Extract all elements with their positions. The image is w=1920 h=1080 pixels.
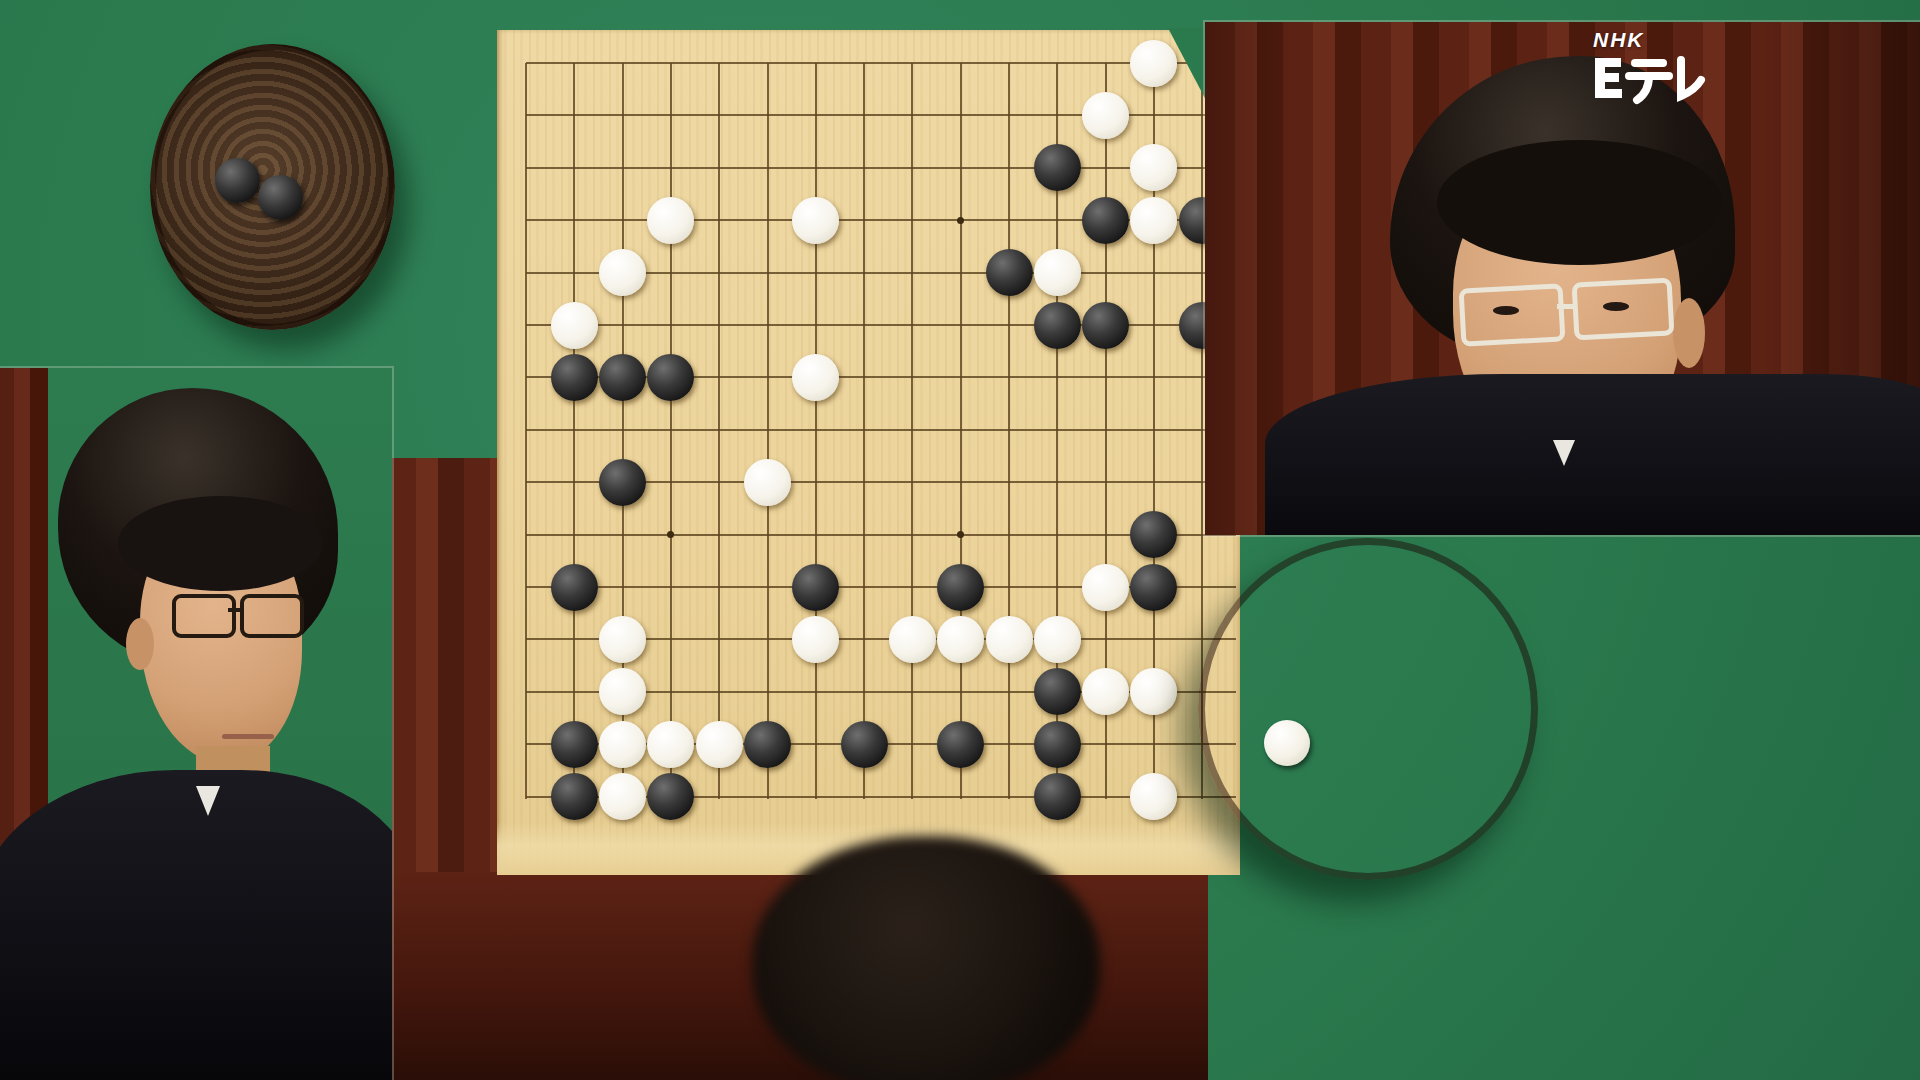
- stone-black: [551, 721, 598, 768]
- captured-black-stone-2: [258, 175, 303, 220]
- foreground-observer-head: [752, 836, 1100, 1080]
- go-board: [497, 30, 1240, 875]
- stone-black: [647, 354, 694, 401]
- stone-black: [986, 249, 1033, 296]
- stone-white: [937, 616, 984, 663]
- left-player-glasses-lens: [240, 594, 304, 638]
- stone-white: [551, 302, 598, 349]
- captured-white-stone-1: [1264, 720, 1310, 766]
- star-point: [957, 531, 964, 538]
- nhk-logo-text: NHK: [1593, 28, 1723, 52]
- stone-white: [986, 616, 1033, 663]
- stone-white: [792, 616, 839, 663]
- player-photo-right: NHK Eテレ: [1205, 22, 1920, 535]
- player-photo-left: [0, 368, 392, 1080]
- stone-white: [744, 459, 791, 506]
- right-player-glasses-bridge: [1557, 304, 1575, 309]
- grid-vline: [718, 63, 720, 799]
- stone-black: [1034, 144, 1081, 191]
- left-player-glasses-bridge: [228, 608, 242, 612]
- stone-white: [792, 197, 839, 244]
- stone-black: [1130, 564, 1177, 611]
- left-player-suit: [0, 770, 392, 1080]
- right-player-suit: [1265, 374, 1920, 535]
- stone-white: [1130, 668, 1177, 715]
- star-point: [667, 531, 674, 538]
- grid-vline: [767, 63, 769, 799]
- stone-white: [1082, 668, 1129, 715]
- stone-white: [599, 249, 646, 296]
- stone-white: [1034, 249, 1081, 296]
- left-player-hair-fringe: [118, 496, 323, 591]
- stone-white: [599, 668, 646, 715]
- stone-white: [1130, 773, 1177, 820]
- left-player-mouth: [222, 734, 274, 739]
- stone-black: [647, 773, 694, 820]
- stone-white: [1130, 40, 1177, 87]
- star-point: [957, 217, 964, 224]
- stone-black: [744, 721, 791, 768]
- etele-logo-text: Eテレ: [1593, 52, 1594, 53]
- stone-white: [599, 773, 646, 820]
- stone-black: [792, 564, 839, 611]
- stone-black: [1082, 197, 1129, 244]
- stone-white: [1082, 92, 1129, 139]
- stone-black: [551, 773, 598, 820]
- grid-hline: [526, 114, 1236, 116]
- stone-white: [599, 721, 646, 768]
- grid-vline: [911, 63, 913, 799]
- stone-white: [1082, 564, 1129, 611]
- grid-vline: [863, 63, 865, 799]
- left-player-ear: [126, 618, 154, 670]
- right-player-hair-fringe: [1437, 140, 1722, 265]
- stone-black: [841, 721, 888, 768]
- stone-black: [599, 354, 646, 401]
- etele-logo-kana-glyphs: [1593, 54, 1711, 106]
- go-bowl-lid-lower-right: [1198, 538, 1538, 880]
- grid-vline: [815, 63, 817, 799]
- stone-black: [1130, 511, 1177, 558]
- grid-vline: [573, 63, 575, 799]
- stone-white: [599, 616, 646, 663]
- stone-white: [1130, 197, 1177, 244]
- stone-black: [1082, 302, 1129, 349]
- right-player-ear: [1673, 298, 1705, 368]
- stone-black: [551, 564, 598, 611]
- stone-black: [1034, 668, 1081, 715]
- stone-black: [937, 564, 984, 611]
- stone-white: [647, 197, 694, 244]
- stone-white: [1130, 144, 1177, 191]
- right-player-glasses-lens: [1459, 283, 1566, 346]
- grid-vline: [1008, 63, 1010, 799]
- stone-black: [551, 354, 598, 401]
- captured-black-stone-1: [215, 158, 260, 203]
- stone-black: [1034, 302, 1081, 349]
- grid-hline: [526, 324, 1236, 326]
- nhk-etele-logo: NHK Eテレ: [1593, 28, 1723, 110]
- stone-white: [1034, 616, 1081, 663]
- grid-vline: [525, 63, 527, 799]
- stone-white: [696, 721, 743, 768]
- stone-white: [792, 354, 839, 401]
- left-player-glasses-lens: [172, 594, 236, 638]
- stone-black: [1034, 773, 1081, 820]
- stone-white: [889, 616, 936, 663]
- stone-white: [647, 721, 694, 768]
- stone-black: [937, 721, 984, 768]
- right-player-glasses-lens: [1572, 277, 1675, 340]
- grid-vline: [960, 63, 962, 799]
- grid-vline: [670, 63, 672, 799]
- stone-black: [599, 459, 646, 506]
- stone-black: [1034, 721, 1081, 768]
- grid-hline: [526, 429, 1236, 431]
